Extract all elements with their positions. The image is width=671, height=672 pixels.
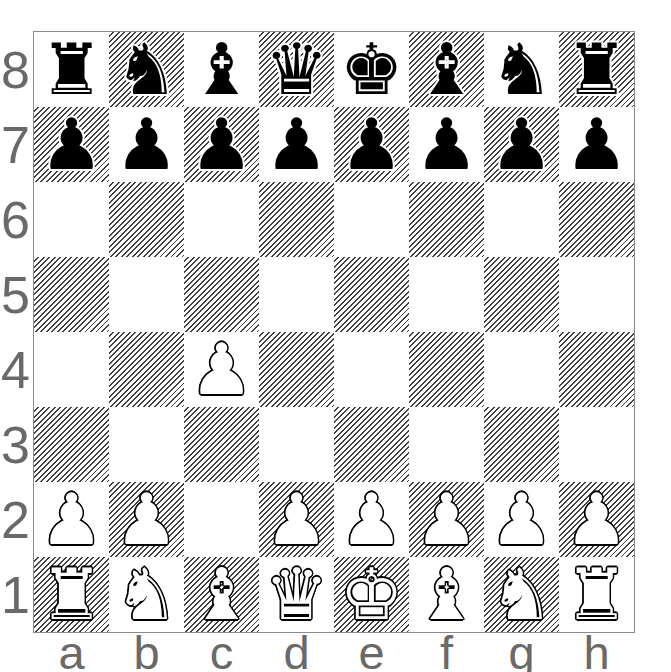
white-pawn: ♟ [415,482,479,557]
square-a5[interactable] [34,257,109,332]
square-d6[interactable] [259,182,334,257]
file-label-a: a [34,629,109,672]
square-h4[interactable] [559,332,634,407]
black-pawn: ♟ [490,107,554,182]
square-b2[interactable]: ♟ [109,482,184,557]
file-label-c: c [184,629,259,672]
white-pawn: ♟ [565,482,629,557]
square-c5[interactable] [184,257,259,332]
square-d2[interactable]: ♟ [259,482,334,557]
white-pawn: ♟ [115,482,179,557]
square-f5[interactable] [409,257,484,332]
square-e2[interactable]: ♟ [334,482,409,557]
chess-diagram: 87654321 ♜♞♝♛♚♝♞♜♟♟♟♟♟♟♟♟♟♟♟♟♟♟♟♟♜♞♝♛♚♝♞… [0,0,671,672]
square-h3[interactable] [559,407,634,482]
square-e6[interactable] [334,182,409,257]
square-c3[interactable] [184,407,259,482]
square-g7[interactable]: ♟ [484,107,559,182]
white-knight: ♞ [490,557,554,632]
black-pawn: ♟ [415,107,479,182]
square-d1[interactable]: ♛ [259,557,334,632]
square-h5[interactable] [559,257,634,332]
square-c7[interactable]: ♟ [184,107,259,182]
file-label-b: b [109,629,184,672]
black-bishop: ♝ [415,32,479,107]
square-e7[interactable]: ♟ [334,107,409,182]
square-g3[interactable] [484,407,559,482]
square-a2[interactable]: ♟ [34,482,109,557]
square-b4[interactable] [109,332,184,407]
white-pawn: ♟ [190,332,254,407]
square-d8[interactable]: ♛ [259,32,334,107]
black-rook: ♜ [565,32,629,107]
square-c1[interactable]: ♝ [184,557,259,632]
rank-label-3: 3 [0,407,31,482]
black-pawn: ♟ [40,107,104,182]
square-b6[interactable] [109,182,184,257]
square-f3[interactable] [409,407,484,482]
black-knight: ♞ [490,32,554,107]
rank-label-4: 4 [0,332,31,407]
file-label-f: f [409,629,484,672]
square-h6[interactable] [559,182,634,257]
square-g8[interactable]: ♞ [484,32,559,107]
rank-labels: 87654321 [0,32,31,632]
white-knight: ♞ [115,557,179,632]
square-g4[interactable] [484,332,559,407]
square-h1[interactable]: ♜ [559,557,634,632]
white-pawn: ♟ [490,482,554,557]
square-b1[interactable]: ♞ [109,557,184,632]
square-c4[interactable]: ♟ [184,332,259,407]
file-label-e: e [334,629,409,672]
black-bishop: ♝ [190,32,254,107]
black-queen: ♛ [265,32,329,107]
file-label-d: d [259,629,334,672]
square-c8[interactable]: ♝ [184,32,259,107]
rank-label-8: 8 [0,32,31,107]
square-b7[interactable]: ♟ [109,107,184,182]
square-d7[interactable]: ♟ [259,107,334,182]
square-a4[interactable] [34,332,109,407]
black-pawn: ♟ [340,107,404,182]
square-a3[interactable] [34,407,109,482]
square-b8[interactable]: ♞ [109,32,184,107]
rank-label-5: 5 [0,257,31,332]
white-pawn: ♟ [40,482,104,557]
square-e1[interactable]: ♚ [334,557,409,632]
square-g6[interactable] [484,182,559,257]
square-g2[interactable]: ♟ [484,482,559,557]
black-pawn: ♟ [265,107,329,182]
black-king: ♚ [340,32,404,107]
square-c2[interactable] [184,482,259,557]
black-pawn: ♟ [115,107,179,182]
black-rook: ♜ [40,32,104,107]
white-bishop: ♝ [415,557,479,632]
square-a6[interactable] [34,182,109,257]
square-h7[interactable]: ♟ [559,107,634,182]
square-g1[interactable]: ♞ [484,557,559,632]
black-pawn: ♟ [190,107,254,182]
square-e4[interactable] [334,332,409,407]
square-f4[interactable] [409,332,484,407]
black-pawn: ♟ [565,107,629,182]
square-c6[interactable] [184,182,259,257]
white-king: ♚ [340,557,404,632]
black-knight: ♞ [115,32,179,107]
square-g5[interactable] [484,257,559,332]
file-label-h: h [559,629,634,672]
white-rook: ♜ [40,557,104,632]
square-f7[interactable]: ♟ [409,107,484,182]
white-bishop: ♝ [190,557,254,632]
rank-label-6: 6 [0,182,31,257]
square-b5[interactable] [109,257,184,332]
square-a7[interactable]: ♟ [34,107,109,182]
square-d4[interactable] [259,332,334,407]
square-f1[interactable]: ♝ [409,557,484,632]
square-e5[interactable] [334,257,409,332]
file-labels: abcdefgh [34,629,634,672]
chess-board: ♜♞♝♛♚♝♞♜♟♟♟♟♟♟♟♟♟♟♟♟♟♟♟♟♜♞♝♛♚♝♞♜ [33,31,635,633]
white-rook: ♜ [565,557,629,632]
square-a8[interactable]: ♜ [34,32,109,107]
square-h2[interactable]: ♟ [559,482,634,557]
square-d5[interactable] [259,257,334,332]
rank-label-1: 1 [0,557,31,632]
square-f2[interactable]: ♟ [409,482,484,557]
white-pawn: ♟ [265,482,329,557]
white-pawn: ♟ [340,482,404,557]
rank-label-7: 7 [0,107,31,182]
square-h8[interactable]: ♜ [559,32,634,107]
square-d3[interactable] [259,407,334,482]
square-a1[interactable]: ♜ [34,557,109,632]
square-b3[interactable] [109,407,184,482]
file-label-g: g [484,629,559,672]
square-f8[interactable]: ♝ [409,32,484,107]
white-queen: ♛ [265,557,329,632]
square-e8[interactable]: ♚ [334,32,409,107]
square-f6[interactable] [409,182,484,257]
rank-label-2: 2 [0,482,31,557]
square-e3[interactable] [334,407,409,482]
